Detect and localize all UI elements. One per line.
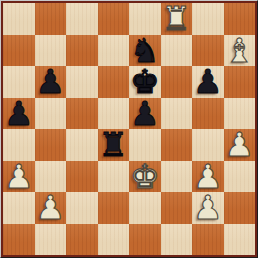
square-f4[interactable] xyxy=(161,129,193,161)
square-h2[interactable] xyxy=(224,192,256,224)
square-c2[interactable] xyxy=(66,192,98,224)
square-f1[interactable] xyxy=(161,224,193,256)
black-rook-d4[interactable]: ♜ xyxy=(98,129,130,161)
square-e5[interactable]: ♟ xyxy=(129,98,161,130)
square-e8[interactable] xyxy=(129,3,161,35)
square-h8[interactable] xyxy=(224,3,256,35)
square-g5[interactable] xyxy=(192,98,224,130)
square-h7[interactable]: ♝ xyxy=(224,35,256,67)
square-f8[interactable]: ♜ xyxy=(161,3,193,35)
square-b6[interactable]: ♟ xyxy=(35,66,67,98)
square-b1[interactable] xyxy=(35,224,67,256)
square-h3[interactable] xyxy=(224,161,256,193)
square-f7[interactable] xyxy=(161,35,193,67)
square-a3[interactable]: ♟ xyxy=(3,161,35,193)
square-a1[interactable] xyxy=(3,224,35,256)
square-c8[interactable] xyxy=(66,3,98,35)
square-e1[interactable] xyxy=(129,224,161,256)
white-pawn-h4[interactable]: ♟ xyxy=(224,129,256,161)
square-a5[interactable]: ♟ xyxy=(3,98,35,130)
black-pawn-b6[interactable]: ♟ xyxy=(35,66,67,98)
board-frame: ♜♞♝♟♚♟♟♟♜♟♟♚♟♟♟ xyxy=(0,0,258,258)
square-e2[interactable] xyxy=(129,192,161,224)
square-c7[interactable] xyxy=(66,35,98,67)
square-c5[interactable] xyxy=(66,98,98,130)
square-h6[interactable] xyxy=(224,66,256,98)
square-g6[interactable]: ♟ xyxy=(192,66,224,98)
square-c4[interactable] xyxy=(66,129,98,161)
square-d7[interactable] xyxy=(98,35,130,67)
square-g8[interactable] xyxy=(192,3,224,35)
square-d6[interactable] xyxy=(98,66,130,98)
square-c3[interactable] xyxy=(66,161,98,193)
square-a2[interactable] xyxy=(3,192,35,224)
black-king-e6[interactable]: ♚ xyxy=(129,66,161,98)
square-h1[interactable] xyxy=(224,224,256,256)
square-f5[interactable] xyxy=(161,98,193,130)
square-g2[interactable]: ♟ xyxy=(192,192,224,224)
square-f2[interactable] xyxy=(161,192,193,224)
black-pawn-g6[interactable]: ♟ xyxy=(192,66,224,98)
black-pawn-e5[interactable]: ♟ xyxy=(129,98,161,130)
square-e6[interactable]: ♚ xyxy=(129,66,161,98)
square-h4[interactable]: ♟ xyxy=(224,129,256,161)
white-pawn-b2[interactable]: ♟ xyxy=(35,192,67,224)
square-b5[interactable] xyxy=(35,98,67,130)
square-c6[interactable] xyxy=(66,66,98,98)
square-d4[interactable]: ♜ xyxy=(98,129,130,161)
square-a4[interactable] xyxy=(3,129,35,161)
black-pawn-a5[interactable]: ♟ xyxy=(3,98,35,130)
square-a8[interactable] xyxy=(3,3,35,35)
white-bishop-h7[interactable]: ♝ xyxy=(224,35,256,67)
square-a6[interactable] xyxy=(3,66,35,98)
white-pawn-a3[interactable]: ♟ xyxy=(3,161,35,193)
square-b4[interactable] xyxy=(35,129,67,161)
square-d1[interactable] xyxy=(98,224,130,256)
square-d3[interactable] xyxy=(98,161,130,193)
square-d2[interactable] xyxy=(98,192,130,224)
square-a7[interactable] xyxy=(3,35,35,67)
square-d8[interactable] xyxy=(98,3,130,35)
square-f6[interactable] xyxy=(161,66,193,98)
square-e3[interactable]: ♚ xyxy=(129,161,161,193)
white-pawn-g2[interactable]: ♟ xyxy=(192,192,224,224)
square-c1[interactable] xyxy=(66,224,98,256)
white-rook-f8[interactable]: ♜ xyxy=(161,3,193,35)
square-b2[interactable]: ♟ xyxy=(35,192,67,224)
square-g1[interactable] xyxy=(192,224,224,256)
square-f3[interactable] xyxy=(161,161,193,193)
chess-board: ♜♞♝♟♚♟♟♟♜♟♟♚♟♟♟ xyxy=(3,3,255,255)
square-e4[interactable] xyxy=(129,129,161,161)
square-b8[interactable] xyxy=(35,3,67,35)
white-king-e3[interactable]: ♚ xyxy=(129,161,161,193)
square-g4[interactable] xyxy=(192,129,224,161)
